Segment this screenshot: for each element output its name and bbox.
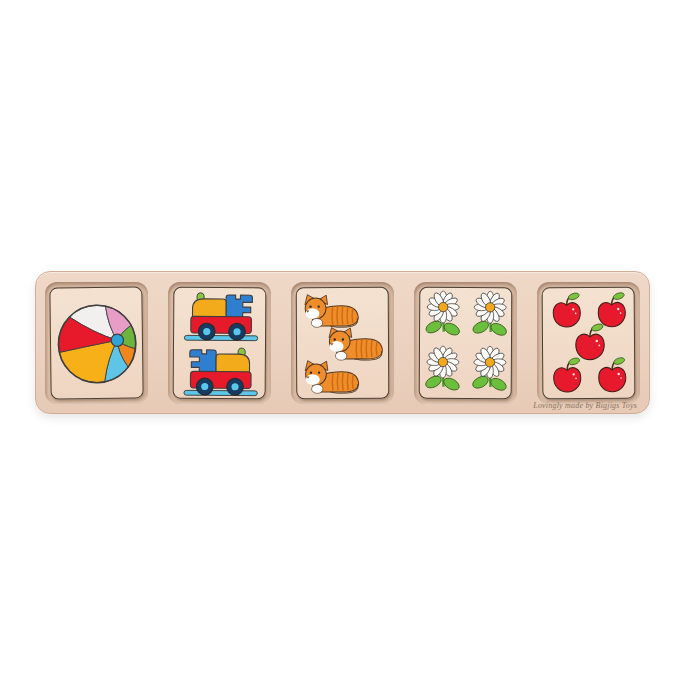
daisy-flower-icon (470, 345, 510, 398)
puzzle-tile-beach-ball[interactable] (49, 286, 143, 399)
puzzle-tile-cat[interactable] (296, 286, 390, 398)
tile-slot-3 (291, 282, 394, 404)
product-photo: Lovingly made by Bigjigs Toys (0, 0, 680, 680)
tile-slots (36, 272, 649, 413)
apple-icon (594, 355, 630, 395)
brand-text: Lovingly made by Bigjigs Toys (533, 401, 637, 411)
apple-icon (549, 356, 585, 396)
toy-train-icon (181, 290, 261, 342)
cat-icon (300, 357, 363, 396)
tile-slot-5 (537, 282, 640, 404)
tile-slot-4 (414, 282, 517, 404)
beach-ball-icon (53, 299, 142, 388)
tile-slot-1 (45, 282, 148, 404)
puzzle-tile-toy-train[interactable] (173, 286, 267, 399)
daisy-flower-icon (423, 344, 463, 397)
daisy-flower-icon (423, 289, 463, 342)
puzzle-tile-daisy-flower[interactable] (419, 286, 513, 398)
puzzle-tile-apple[interactable] (542, 286, 636, 399)
toy-train-icon (180, 345, 260, 397)
puzzle-board: Lovingly made by Bigjigs Toys (35, 271, 650, 414)
tile-slot-2 (168, 282, 271, 404)
daisy-flower-icon (470, 290, 510, 343)
